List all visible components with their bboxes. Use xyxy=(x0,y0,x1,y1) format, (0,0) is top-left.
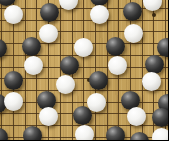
white-stone[interactable] xyxy=(87,93,106,112)
white-stone[interactable] xyxy=(56,75,75,94)
grid-vline xyxy=(107,0,108,140)
grid-hline xyxy=(0,102,168,103)
white-stone[interactable] xyxy=(108,56,127,75)
black-stone[interactable] xyxy=(145,55,164,74)
black-stone[interactable] xyxy=(130,132,149,141)
black-stone[interactable] xyxy=(152,108,169,127)
white-stone[interactable] xyxy=(39,107,58,126)
white-stone[interactable] xyxy=(39,24,58,43)
white-stone[interactable] xyxy=(24,56,43,75)
black-stone[interactable] xyxy=(60,56,79,75)
grid-vline xyxy=(1,0,2,140)
white-stone[interactable] xyxy=(74,38,93,57)
white-stone[interactable] xyxy=(75,125,94,141)
white-stone[interactable] xyxy=(143,0,162,11)
white-stone[interactable] xyxy=(152,128,169,140)
black-stone[interactable] xyxy=(23,126,42,141)
white-stone[interactable] xyxy=(4,5,23,24)
black-stone[interactable] xyxy=(0,128,8,141)
black-stone[interactable] xyxy=(89,71,108,90)
black-stone[interactable] xyxy=(4,71,23,90)
go-board[interactable] xyxy=(0,0,168,140)
black-stone[interactable] xyxy=(157,38,168,57)
black-stone[interactable] xyxy=(106,37,125,56)
black-stone[interactable] xyxy=(106,126,125,141)
white-stone[interactable] xyxy=(142,72,161,91)
white-stone[interactable] xyxy=(90,5,109,24)
white-stone[interactable] xyxy=(127,107,146,126)
white-stone[interactable] xyxy=(4,92,23,111)
white-stone[interactable] xyxy=(124,24,143,43)
black-stone[interactable] xyxy=(123,2,142,21)
hoshi-star-point xyxy=(152,13,156,17)
grid-hline xyxy=(0,90,168,91)
black-stone[interactable] xyxy=(22,37,41,56)
grid-hline xyxy=(0,8,168,9)
black-stone[interactable] xyxy=(40,3,59,22)
black-stone[interactable] xyxy=(0,39,7,58)
white-stone[interactable] xyxy=(59,0,78,10)
grid-hline xyxy=(0,20,168,21)
